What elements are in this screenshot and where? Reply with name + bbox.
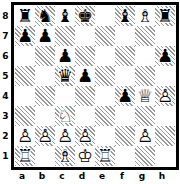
file-label-c: c <box>52 171 72 181</box>
chess-diagram: 87654321 ♜♞♝♚♝♝♗♜♟♟♟♟♛♟♟♛♕♟♙♞♘♟♙♟♙♟♙♟♙♟♙… <box>0 0 180 184</box>
square-c3[interactable]: ♞♘ <box>55 106 75 126</box>
square-a7[interactable]: ♟ <box>15 26 35 46</box>
black-pawn-f4[interactable]: ♟ <box>115 86 135 106</box>
square-e8[interactable] <box>95 6 115 26</box>
square-d3[interactable] <box>75 106 95 126</box>
black-bishop-c8[interactable]: ♝ <box>55 6 75 26</box>
white-pawn-c2[interactable]: ♟♙ <box>55 126 75 146</box>
square-a8[interactable]: ♜ <box>15 6 35 26</box>
square-g8[interactable]: ♝♗ <box>135 6 155 26</box>
square-c4[interactable] <box>55 86 75 106</box>
square-f6[interactable] <box>115 46 135 66</box>
square-d5[interactable]: ♟ <box>75 66 95 86</box>
rank-label-8: 8 <box>0 6 11 26</box>
white-pawn-h4[interactable]: ♟♙ <box>155 86 175 106</box>
black-pawn-h6[interactable]: ♟ <box>155 46 175 66</box>
square-g3[interactable] <box>135 106 155 126</box>
white-pawn-icon: ♙ <box>55 126 75 146</box>
white-rook-a1[interactable]: ♜♖ <box>15 146 35 166</box>
white-rook-icon: ♖ <box>95 146 115 166</box>
square-g6[interactable] <box>135 46 155 66</box>
square-g5[interactable] <box>135 66 155 86</box>
file-label-f: f <box>112 171 132 181</box>
black-rook-h8[interactable]: ♜ <box>155 6 175 26</box>
white-bishop-g8[interactable]: ♝♗ <box>135 6 155 26</box>
square-b2[interactable]: ♟♙ <box>35 126 55 146</box>
black-pawn-a7[interactable]: ♟ <box>15 26 35 46</box>
black-rook-a8[interactable]: ♜ <box>15 6 35 26</box>
file-labels: abcdefgh <box>15 171 180 181</box>
square-b1[interactable] <box>35 146 55 166</box>
black-pawn-c6[interactable]: ♟ <box>55 46 75 66</box>
black-pawn-d5[interactable]: ♟ <box>75 66 95 86</box>
white-king-icon: ♔ <box>75 146 95 166</box>
square-e5[interactable] <box>95 66 115 86</box>
square-f1[interactable] <box>115 146 135 166</box>
rank-label-5: 5 <box>0 66 11 86</box>
board: ♜♞♝♚♝♝♗♜♟♟♟♟♛♟♟♛♕♟♙♞♘♟♙♟♙♟♙♟♙♟♙♜♖♝♗♚♔♜♖ <box>11 2 179 170</box>
square-a1[interactable]: ♜♖ <box>15 146 35 166</box>
white-pawn-g2[interactable]: ♟♙ <box>135 126 155 146</box>
square-g4[interactable]: ♛♕ <box>135 86 155 106</box>
square-f2[interactable] <box>115 126 135 146</box>
square-e6[interactable] <box>95 46 115 66</box>
square-e1[interactable]: ♜♖ <box>95 146 115 166</box>
black-knight-b8[interactable]: ♞ <box>35 6 55 26</box>
square-b7[interactable]: ♟ <box>35 26 55 46</box>
square-b3[interactable] <box>35 106 55 126</box>
white-knight-icon: ♘ <box>55 106 75 126</box>
square-h7[interactable] <box>155 26 175 46</box>
rank-label-6: 6 <box>0 46 11 66</box>
square-e4[interactable] <box>95 86 115 106</box>
file-label-e: e <box>92 171 112 181</box>
file-label-a: a <box>12 171 32 181</box>
white-bishop-icon: ♗ <box>135 6 155 26</box>
square-g1[interactable] <box>135 146 155 166</box>
white-queen-g4[interactable]: ♛♕ <box>135 86 155 106</box>
white-king-d1[interactable]: ♚♔ <box>75 146 95 166</box>
square-g7[interactable] <box>135 26 155 46</box>
rank-label-2: 2 <box>0 126 11 146</box>
square-b5[interactable] <box>35 66 55 86</box>
white-pawn-icon: ♙ <box>135 126 155 146</box>
square-e7[interactable] <box>95 26 115 46</box>
square-a4[interactable] <box>15 86 35 106</box>
square-d1[interactable]: ♚♔ <box>75 146 95 166</box>
square-e3[interactable] <box>95 106 115 126</box>
white-pawn-icon: ♙ <box>75 126 95 146</box>
square-f5[interactable] <box>115 66 135 86</box>
square-d6[interactable] <box>75 46 95 66</box>
white-bishop-c1[interactable]: ♝♗ <box>55 146 75 166</box>
white-pawn-icon: ♙ <box>155 86 175 106</box>
square-h6[interactable]: ♟ <box>155 46 175 66</box>
square-f8[interactable]: ♝ <box>115 6 135 26</box>
square-g2[interactable]: ♟♙ <box>135 126 155 146</box>
board-area: 87654321 ♜♞♝♚♝♝♗♜♟♟♟♟♛♟♟♛♕♟♙♞♘♟♙♟♙♟♙♟♙♟♙… <box>0 0 180 170</box>
black-bishop-f8[interactable]: ♝ <box>115 6 135 26</box>
white-pawn-icon: ♙ <box>15 126 35 146</box>
square-d8[interactable]: ♚ <box>75 6 95 26</box>
square-c6[interactable]: ♟ <box>55 46 75 66</box>
white-bishop-icon: ♗ <box>55 146 75 166</box>
white-pawn-b2[interactable]: ♟♙ <box>35 126 55 146</box>
white-queen-icon: ♕ <box>135 86 155 106</box>
square-h1[interactable] <box>155 146 175 166</box>
square-d7[interactable] <box>75 26 95 46</box>
square-c2[interactable]: ♟♙ <box>55 126 75 146</box>
white-pawn-a2[interactable]: ♟♙ <box>15 126 35 146</box>
white-pawn-d2[interactable]: ♟♙ <box>75 126 95 146</box>
square-f4[interactable]: ♟ <box>115 86 135 106</box>
square-c8[interactable]: ♝ <box>55 6 75 26</box>
square-d4[interactable] <box>75 86 95 106</box>
square-c5[interactable]: ♛ <box>55 66 75 86</box>
rank-label-4: 4 <box>0 86 11 106</box>
rank-label-1: 1 <box>0 146 11 166</box>
white-knight-c3[interactable]: ♞♘ <box>55 106 75 126</box>
square-h3[interactable] <box>155 106 175 126</box>
square-e2[interactable] <box>95 126 115 146</box>
square-h4[interactable]: ♟♙ <box>155 86 175 106</box>
black-king-d8[interactable]: ♚ <box>75 6 95 26</box>
black-pawn-b7[interactable]: ♟ <box>35 26 55 46</box>
square-a5[interactable] <box>15 66 35 86</box>
square-c1[interactable]: ♝♗ <box>55 146 75 166</box>
white-rook-icon: ♖ <box>15 146 35 166</box>
file-label-d: d <box>72 171 92 181</box>
square-b6[interactable] <box>35 46 55 66</box>
file-label-b: b <box>32 171 52 181</box>
white-rook-e1[interactable]: ♜♖ <box>95 146 115 166</box>
file-label-h: h <box>152 171 172 181</box>
square-a3[interactable] <box>15 106 35 126</box>
square-f7[interactable] <box>115 26 135 46</box>
square-a6[interactable] <box>15 46 35 66</box>
rank-labels: 87654321 <box>0 2 11 166</box>
square-f3[interactable] <box>115 106 135 126</box>
square-b4[interactable] <box>35 86 55 106</box>
rank-label-3: 3 <box>0 106 11 126</box>
file-label-g: g <box>132 171 152 181</box>
square-a2[interactable]: ♟♙ <box>15 126 35 146</box>
rank-label-7: 7 <box>0 26 11 46</box>
square-h8[interactable]: ♜ <box>155 6 175 26</box>
square-h5[interactable] <box>155 66 175 86</box>
white-pawn-icon: ♙ <box>35 126 55 146</box>
square-h2[interactable] <box>155 126 175 146</box>
square-b8[interactable]: ♞ <box>35 6 55 26</box>
square-c7[interactable] <box>55 26 75 46</box>
black-queen-c5[interactable]: ♛ <box>55 66 75 86</box>
square-d2[interactable]: ♟♙ <box>75 126 95 146</box>
